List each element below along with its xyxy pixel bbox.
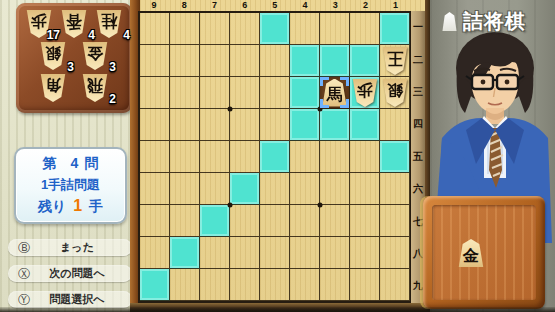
hand-piece-金[interactable]: 金3: [82, 42, 108, 70]
rank-label-2: 二: [411, 43, 425, 75]
square-2-7[interactable]: [350, 205, 380, 237]
hand-piece-桂[interactable]: 桂4: [96, 10, 122, 38]
square-9-1[interactable]: [140, 13, 170, 45]
next-problem-button-label: 次の問題へ: [36, 266, 132, 281]
square-5-7[interactable]: [260, 205, 290, 237]
square-2-4[interactable]: [350, 109, 380, 141]
square-7-7[interactable]: [200, 205, 230, 237]
shogi-board-grid: 王馬歩銀: [138, 11, 412, 303]
square-7-1[interactable]: [200, 13, 230, 45]
remaining-prefix: 残り: [38, 198, 66, 214]
square-3-7[interactable]: [320, 205, 350, 237]
square-8-1[interactable]: [170, 13, 200, 45]
app-title-text: 詰将棋: [463, 8, 526, 35]
square-3-9[interactable]: [320, 269, 350, 301]
square-2-1[interactable]: [350, 13, 380, 45]
rank-label-4: 四: [411, 108, 425, 140]
next-problem-button[interactable]: Ⓧ 次の問題へ: [8, 265, 132, 282]
rank-label-3: 三: [411, 76, 425, 108]
square-9-8[interactable]: [140, 237, 170, 269]
square-4-2[interactable]: [290, 45, 320, 77]
problem-type-label: 1手詰問題: [16, 176, 125, 194]
square-7-8[interactable]: [200, 237, 230, 269]
square-4-1[interactable]: [290, 13, 320, 45]
hand-piece-count: 4: [123, 28, 130, 42]
square-2-5[interactable]: [350, 141, 380, 173]
square-7-4[interactable]: [200, 109, 230, 141]
square-6-3[interactable]: [230, 77, 260, 109]
square-7-2[interactable]: [200, 45, 230, 77]
square-7-9[interactable]: [200, 269, 230, 301]
square-3-8[interactable]: [320, 237, 350, 269]
remaining-moves-line: 残り1手: [16, 197, 125, 216]
file-label-9: 9: [139, 0, 169, 11]
y-button-icon: Ⓨ: [18, 294, 30, 306]
hand-piece-count: 4: [88, 28, 95, 42]
square-1-6[interactable]: [380, 173, 410, 205]
square-8-4[interactable]: [170, 109, 200, 141]
hand-piece-角[interactable]: 角: [40, 74, 66, 102]
problem-number: 4: [71, 155, 79, 171]
square-1-3[interactable]: 銀: [380, 77, 410, 109]
shogi-piece-icon: [442, 12, 457, 31]
app-title: 詰将棋: [442, 8, 526, 35]
square-1-4[interactable]: [380, 109, 410, 141]
problem-suffix: 問: [84, 155, 98, 171]
square-8-6[interactable]: [170, 173, 200, 205]
square-1-9[interactable]: [380, 269, 410, 301]
square-1-8[interactable]: [380, 237, 410, 269]
square-8-3[interactable]: [170, 77, 200, 109]
square-8-9[interactable]: [170, 269, 200, 301]
square-3-6[interactable]: [320, 173, 350, 205]
square-9-9[interactable]: [140, 269, 170, 301]
hoshi-dot: [228, 107, 233, 112]
hoshi-dot: [228, 203, 233, 208]
b-button-icon: Ⓑ: [18, 242, 30, 254]
square-5-3[interactable]: [260, 77, 290, 109]
square-5-9[interactable]: [260, 269, 290, 301]
square-8-7[interactable]: [170, 205, 200, 237]
hand-piece-香[interactable]: 香4: [61, 10, 87, 38]
gote-king-piece[interactable]: 王: [382, 47, 408, 75]
square-5-6[interactable]: [260, 173, 290, 205]
square-4-4[interactable]: [290, 109, 320, 141]
square-6-4[interactable]: [230, 109, 260, 141]
gote-hand-row-3: 角飛2: [22, 74, 126, 102]
square-5-4[interactable]: [260, 109, 290, 141]
square-2-8[interactable]: [350, 237, 380, 269]
gote-captured-pieces-tray: 歩17香4桂4 銀3金3 角飛2: [16, 3, 132, 113]
square-6-5[interactable]: [230, 141, 260, 173]
hand-piece-count: 2: [109, 92, 116, 106]
square-1-1[interactable]: [380, 13, 410, 45]
square-8-8[interactable]: [170, 237, 200, 269]
undo-button-label: まった: [36, 240, 132, 255]
square-9-3[interactable]: [140, 77, 170, 109]
hand-piece-銀[interactable]: 銀3: [40, 42, 66, 70]
square-2-6[interactable]: [350, 173, 380, 205]
square-6-9[interactable]: [230, 269, 260, 301]
square-5-5[interactable]: [260, 141, 290, 173]
selection-bracket: [340, 99, 349, 108]
bottom-shadow: [0, 307, 555, 312]
square-3-4[interactable]: [320, 109, 350, 141]
square-9-6[interactable]: [140, 173, 170, 205]
square-9-5[interactable]: [140, 141, 170, 173]
square-7-5[interactable]: [200, 141, 230, 173]
square-9-7[interactable]: [140, 205, 170, 237]
square-3-2[interactable]: [320, 45, 350, 77]
square-7-3[interactable]: [200, 77, 230, 109]
rank-label-1: 一: [411, 11, 425, 43]
square-9-4[interactable]: [140, 109, 170, 141]
file-label-2: 2: [350, 0, 380, 11]
file-label-7: 7: [199, 0, 229, 11]
square-4-3[interactable]: [290, 77, 320, 109]
sente-captured-pieces-tray: 金: [423, 196, 545, 309]
gote-hand-row-1: 歩17香4桂4: [22, 10, 126, 38]
gote-pawn-piece[interactable]: 歩: [352, 79, 378, 107]
file-coordinate-labels: 987654321: [139, 0, 411, 11]
square-8-5[interactable]: [170, 141, 200, 173]
square-2-3[interactable]: 歩: [350, 77, 380, 109]
square-5-1[interactable]: [260, 13, 290, 45]
selection-bracket: [320, 77, 329, 86]
square-6-6[interactable]: [230, 173, 260, 205]
shogi-board-panel: 987654321 王馬歩銀 一二三四五六七八九: [130, 0, 430, 312]
remaining-number: 1: [73, 197, 82, 214]
hand-piece-count: 3: [67, 60, 74, 74]
hand-piece-金[interactable]: 金: [458, 239, 484, 267]
file-label-4: 4: [290, 0, 320, 11]
square-5-2[interactable]: [260, 45, 290, 77]
square-3-5[interactable]: [320, 141, 350, 173]
undo-button[interactable]: Ⓑ まった: [8, 239, 132, 256]
file-label-5: 5: [260, 0, 290, 11]
square-2-2[interactable]: [350, 45, 380, 77]
sente-tray-surface: 金: [432, 205, 536, 300]
hand-piece-count: 3: [109, 60, 116, 74]
square-9-2[interactable]: [140, 45, 170, 77]
hoshi-dot: [318, 203, 323, 208]
x-button-icon: Ⓧ: [18, 268, 30, 280]
square-4-7[interactable]: [290, 205, 320, 237]
square-4-6[interactable]: [290, 173, 320, 205]
square-7-6[interactable]: [200, 173, 230, 205]
problem-prefix: 第: [43, 155, 57, 171]
rank-label-5: 五: [411, 141, 425, 173]
square-5-8[interactable]: [260, 237, 290, 269]
hand-piece-歩[interactable]: 歩17: [26, 10, 52, 38]
square-4-5[interactable]: [290, 141, 320, 173]
square-6-7[interactable]: [230, 205, 260, 237]
control-buttons: Ⓑ まった Ⓧ 次の問題へ Ⓨ 問題選択へ: [8, 239, 132, 308]
file-label-6: 6: [230, 0, 260, 11]
gote-hand-row-2: 銀3金3: [22, 42, 126, 70]
square-1-2[interactable]: 王: [380, 45, 410, 77]
square-3-3[interactable]: 馬: [320, 77, 350, 109]
file-label-1: 1: [381, 0, 411, 11]
square-2-9[interactable]: [350, 269, 380, 301]
square-8-2[interactable]: [170, 45, 200, 77]
square-6-8[interactable]: [230, 237, 260, 269]
hand-piece-飛[interactable]: 飛2: [82, 74, 108, 102]
square-4-9[interactable]: [290, 269, 320, 301]
square-1-5[interactable]: [380, 141, 410, 173]
hand-piece-count: 17: [47, 28, 60, 42]
square-3-1[interactable]: [320, 13, 350, 45]
problem-select-button[interactable]: Ⓨ 問題選択へ: [8, 291, 132, 308]
square-1-7[interactable]: [380, 205, 410, 237]
selection-bracket: [340, 77, 349, 86]
square-6-1[interactable]: [230, 13, 260, 45]
problem-number-line: 第4問: [16, 155, 125, 173]
file-label-3: 3: [320, 0, 350, 11]
file-label-8: 8: [169, 0, 199, 11]
square-6-2[interactable]: [230, 45, 260, 77]
problem-select-button-label: 問題選択へ: [36, 292, 132, 307]
gote-silver-piece[interactable]: 銀: [382, 79, 408, 107]
square-4-8[interactable]: [290, 237, 320, 269]
selection-bracket: [320, 99, 329, 108]
remaining-suffix: 手: [89, 198, 103, 214]
problem-info-panel: 第4問 1手詰問題 残り1手: [14, 147, 127, 224]
